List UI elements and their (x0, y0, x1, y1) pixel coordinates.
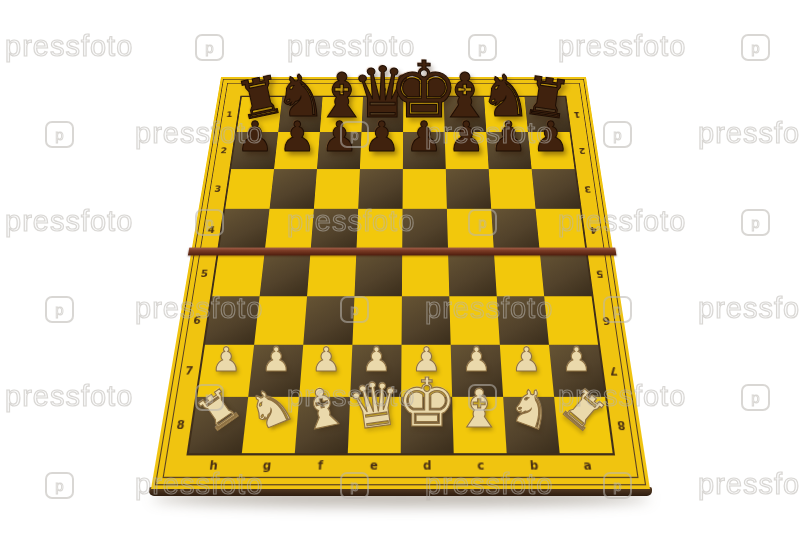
rank-label-left-1: 1 (226, 110, 233, 118)
square-d4 (402, 209, 448, 251)
square-d7 (401, 345, 452, 397)
watermark-logo-icon-0-2: p (741, 34, 770, 61)
square-b2 (486, 132, 531, 169)
square-c1 (444, 97, 487, 132)
square-c2 (445, 132, 489, 169)
square-b3 (489, 169, 536, 209)
square-e1 (361, 97, 403, 132)
rank-label-left-3: 3 (214, 184, 222, 193)
board-grid (186, 96, 615, 456)
square-e3 (358, 169, 403, 209)
watermark-logo-icon-1-0: p (45, 121, 74, 148)
square-e4 (356, 209, 402, 251)
square-g6 (254, 296, 307, 344)
file-label-top-g: g (300, 86, 307, 93)
square-b4 (491, 209, 540, 251)
rank-label-right-6: 6 (602, 315, 611, 326)
rank-label-left-7: 7 (184, 365, 193, 376)
square-e8 (348, 397, 401, 453)
square-h8 (189, 397, 248, 453)
file-label-top-e: e (380, 86, 386, 93)
square-e5 (354, 251, 402, 296)
watermark-text-0-2: pressfoto (558, 30, 686, 63)
square-f3 (314, 169, 360, 209)
rank-label-right-7: 7 (609, 365, 618, 376)
rank-label-right-2: 2 (578, 146, 586, 154)
watermark-text-5-2: pressfoto (698, 468, 799, 501)
square-h4 (219, 209, 270, 251)
square-f2 (317, 132, 362, 169)
square-f4 (311, 209, 359, 251)
square-b5 (494, 251, 544, 296)
square-h3 (225, 169, 274, 209)
watermark-logo-icon-2-2: p (741, 209, 770, 236)
square-f1 (320, 97, 363, 132)
square-h7 (197, 345, 254, 397)
square-h1 (237, 97, 283, 132)
square-d6 (402, 296, 451, 344)
square-a2 (528, 132, 575, 169)
file-label-bottom-c: c (477, 458, 485, 471)
watermark-text-2-0: pressfoto (5, 205, 133, 238)
watermark-logo-icon-1-2: p (603, 121, 632, 148)
rank-label-left-4: 4 (207, 225, 215, 234)
file-label-bottom-h: h (209, 458, 219, 471)
square-f6 (303, 296, 354, 344)
file-label-bottom-d: d (423, 458, 432, 471)
square-b6 (497, 296, 549, 344)
square-c8 (452, 397, 507, 453)
rank-label-left-2: 2 (220, 146, 228, 154)
rank-label-right-8: 8 (616, 418, 626, 430)
square-d5 (402, 251, 449, 296)
square-h2 (231, 132, 278, 169)
square-c6 (449, 296, 499, 344)
rank-label-left-5: 5 (200, 268, 209, 278)
square-d1 (403, 97, 445, 132)
watermark-text-0-1: pressfoto (287, 30, 415, 63)
file-label-bottom-g: g (262, 458, 272, 471)
file-label-top-d: d (420, 86, 426, 93)
file-label-top-a: a (540, 86, 547, 93)
square-c5 (448, 251, 497, 296)
watermark-text-0-0: pressfoto (5, 30, 133, 63)
square-g7 (248, 345, 303, 397)
square-c7 (451, 345, 503, 397)
watermark-text-3-2: pressfoto (698, 292, 799, 325)
square-g8 (242, 397, 299, 453)
file-label-bottom-f: f (318, 458, 324, 471)
file-label-top-h: h (259, 86, 266, 93)
board-fold-hinge (188, 248, 617, 256)
square-f5 (307, 251, 356, 296)
rank-label-left-6: 6 (193, 315, 202, 326)
square-f8 (295, 397, 350, 453)
square-c3 (446, 169, 491, 209)
watermark-logo-icon-0-1: p (468, 34, 497, 61)
file-label-bottom-a: a (583, 458, 592, 471)
file-label-bottom-e: e (370, 458, 378, 471)
square-a4 (536, 209, 586, 251)
chess-board: hhggffeeddccbbaa1122334455667788 (151, 77, 650, 489)
square-g3 (270, 169, 317, 209)
stock-photo-canvas: hhggffeeddccbbaa1122334455667788 ♜♞♝♛♚♝♞… (0, 0, 799, 542)
square-a7 (549, 345, 605, 397)
watermark-text-1-2: pressfoto (698, 117, 799, 150)
square-a8 (554, 397, 613, 453)
square-g2 (274, 132, 320, 169)
square-a6 (544, 296, 598, 344)
rank-label-right-5: 5 (595, 268, 604, 278)
rank-label-right-4: 4 (589, 225, 597, 234)
square-b8 (503, 397, 560, 453)
square-d3 (403, 169, 447, 209)
square-g1 (278, 97, 322, 132)
square-e7 (350, 345, 401, 397)
watermark-logo-icon-3-0: p (45, 296, 74, 323)
file-label-top-f: f (341, 86, 345, 93)
watermark-logo-icon-0-0: p (195, 34, 224, 61)
file-label-top-c: c (461, 86, 467, 93)
square-a3 (532, 169, 580, 209)
watermark-text-4-0: pressfoto (5, 380, 133, 413)
square-a5 (540, 251, 592, 296)
square-f7 (299, 345, 352, 397)
square-d2 (403, 132, 446, 169)
square-h5 (212, 251, 265, 296)
square-d8 (401, 397, 454, 453)
square-g5 (260, 251, 311, 296)
file-label-bottom-b: b (529, 458, 538, 471)
watermark-logo-icon-5-0: p (45, 472, 74, 499)
square-g4 (265, 209, 314, 251)
rank-label-right-1: 1 (573, 110, 580, 118)
square-b7 (500, 345, 554, 397)
square-c4 (447, 209, 494, 251)
square-e6 (352, 296, 401, 344)
rank-label-left-8: 8 (176, 418, 186, 430)
square-a1 (524, 97, 569, 132)
rank-label-right-3: 3 (584, 184, 592, 193)
square-b1 (484, 97, 528, 132)
watermark-logo-icon-4-2: p (741, 384, 770, 411)
square-h6 (205, 296, 260, 344)
square-e2 (360, 132, 403, 169)
file-label-top-b: b (500, 86, 507, 93)
